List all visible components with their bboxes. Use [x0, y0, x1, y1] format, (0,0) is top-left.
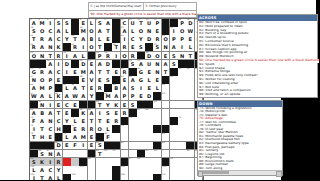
grid-cell[interactable]: I: [79, 142, 87, 150]
grid-cell[interactable]: 13U: [145, 19, 153, 27]
grid-cell[interactable]: N: [46, 43, 54, 51]
grid-cell[interactable]: M: [79, 133, 87, 141]
grid-cell[interactable]: O: [88, 27, 96, 35]
grid-cell[interactable]: R: [55, 158, 63, 166]
grid-cell[interactable]: E: [104, 35, 112, 43]
grid-cell[interactable]: E: [104, 117, 112, 125]
grid-cell[interactable]: [137, 142, 145, 150]
grid-cell[interactable]: 67: [137, 109, 145, 117]
grid-cell[interactable]: 88T: [96, 150, 104, 158]
grid-cell[interactable]: I: [96, 109, 104, 117]
grid-cell[interactable]: [178, 150, 186, 158]
grid-cell[interactable]: [145, 158, 153, 166]
grid-cell[interactable]: N: [38, 52, 46, 60]
grid-cell[interactable]: 78T: [30, 133, 38, 141]
grid-cell[interactable]: 14P: [153, 19, 161, 27]
grid-cell[interactable]: [170, 166, 178, 174]
grid-cell[interactable]: N: [178, 52, 186, 60]
grid-cell[interactable]: [186, 158, 194, 166]
grid-cell[interactable]: C: [129, 35, 137, 43]
grid-cell[interactable]: P: [178, 35, 186, 43]
grid-cell[interactable]: [137, 125, 145, 133]
grid-cell[interactable]: 2M: [38, 19, 46, 27]
grid-cell[interactable]: A: [162, 60, 170, 68]
grid-cell[interactable]: O: [96, 125, 104, 133]
grid-cell[interactable]: T: [162, 68, 170, 76]
grid-cell[interactable]: U: [145, 60, 153, 68]
grid-cell[interactable]: [162, 150, 170, 158]
grid-cell[interactable]: 76: [121, 125, 129, 133]
grid-cell[interactable]: R: [121, 109, 129, 117]
grid-cell[interactable]: [178, 84, 186, 92]
grid-cell[interactable]: E: [71, 101, 79, 109]
grid-cell[interactable]: [63, 166, 71, 174]
grid-cell[interactable]: A: [38, 117, 46, 125]
grid-cell[interactable]: T: [96, 68, 104, 76]
grid-cell[interactable]: I: [63, 68, 71, 76]
grid-cell[interactable]: 48E: [79, 76, 87, 84]
grid-cell[interactable]: [153, 166, 161, 174]
grid-cell[interactable]: 89: [104, 150, 112, 158]
grid-cell[interactable]: [170, 142, 178, 150]
grid-cell[interactable]: 50A: [129, 76, 137, 84]
grid-cell[interactable]: R: [55, 52, 63, 60]
grid-cell[interactable]: A: [46, 35, 54, 43]
grid-cell[interactable]: [186, 117, 194, 125]
grid-cell[interactable]: C: [55, 35, 63, 43]
grid-cell[interactable]: 19M: [79, 27, 87, 35]
grid-cell[interactable]: 29S: [153, 43, 161, 51]
grid-cell[interactable]: 41R: [38, 68, 46, 76]
grid-cell[interactable]: F: [71, 142, 79, 150]
grid-cell[interactable]: 32P: [96, 52, 104, 60]
grid-cell[interactable]: L: [186, 43, 194, 51]
grid-cell[interactable]: G: [137, 76, 145, 84]
clue-item-selected[interactable]: 76: Advantage: [198, 117, 223, 121]
grid-cell[interactable]: 51: [170, 76, 178, 84]
grid-cell[interactable]: [145, 166, 153, 174]
grid-cell[interactable]: 80F: [104, 133, 112, 141]
grid-cell[interactable]: [153, 109, 161, 117]
grid-cell[interactable]: A: [55, 150, 63, 158]
grid-cell[interactable]: R: [88, 125, 96, 133]
grid-cell[interactable]: A: [88, 68, 96, 76]
grid-cell[interactable]: 53L: [63, 84, 71, 92]
grid-cell[interactable]: C: [55, 68, 63, 76]
grid-cell[interactable]: E: [79, 117, 87, 125]
grid-cell[interactable]: L: [129, 27, 137, 35]
grid-cell[interactable]: Y: [137, 35, 145, 43]
grid-cell[interactable]: S: [104, 76, 112, 84]
grid-cell[interactable]: E: [55, 101, 63, 109]
grid-cell[interactable]: 34D: [145, 52, 153, 60]
grid-cell[interactable]: 107: [162, 174, 170, 180]
grid-cell[interactable]: T: [88, 117, 96, 125]
grid-cell[interactable]: [186, 174, 194, 180]
grid-cell[interactable]: P: [170, 35, 178, 43]
grid-cell[interactable]: 104I: [30, 174, 38, 180]
grid-cell[interactable]: C: [46, 125, 54, 133]
grid-cell[interactable]: 60: [162, 92, 170, 100]
grid-cell[interactable]: [178, 92, 186, 100]
grid-cell[interactable]: [170, 84, 178, 92]
grid-cell[interactable]: O: [38, 27, 46, 35]
grid-cell[interactable]: 28T: [112, 43, 120, 51]
grid-cell[interactable]: [186, 84, 194, 92]
grid-cell[interactable]: E: [55, 76, 63, 84]
grid-cell[interactable]: I: [112, 52, 120, 60]
grid-cell[interactable]: [129, 133, 137, 141]
crossword-grid[interactable]: 1A2M3I4S5S6E7L8S9A10C11U12T13U14P15P16D1…: [29, 18, 204, 181]
grid-cell[interactable]: 49E: [121, 76, 129, 84]
grid-cell[interactable]: C: [55, 117, 63, 125]
grid-cell[interactable]: T: [96, 117, 104, 125]
grid-cell[interactable]: [145, 125, 153, 133]
grid-cell[interactable]: E: [137, 92, 145, 100]
grid-cell[interactable]: B: [88, 35, 96, 43]
grid-cell[interactable]: [112, 133, 120, 141]
grid-cell[interactable]: R: [96, 84, 104, 92]
grid-cell[interactable]: [170, 174, 178, 180]
grid-cell[interactable]: Y: [63, 35, 71, 43]
grid-cell[interactable]: D: [145, 92, 153, 100]
grid-cell[interactable]: 90: [112, 150, 120, 158]
grid-cell[interactable]: [88, 166, 96, 174]
grid-cell[interactable]: 97: [129, 158, 137, 166]
grid-cell[interactable]: 77: [170, 125, 178, 133]
grid-cell[interactable]: [104, 166, 112, 174]
grid-cell[interactable]: A: [79, 92, 87, 100]
grid-cell[interactable]: 11U: [129, 19, 137, 27]
grid-cell[interactable]: A: [121, 84, 129, 92]
grid-cell[interactable]: O: [121, 52, 129, 60]
grid-cell[interactable]: L: [96, 35, 104, 43]
grid-cell[interactable]: [186, 92, 194, 100]
grid-cell[interactable]: 106: [121, 174, 129, 180]
grid-cell[interactable]: [145, 117, 153, 125]
down-clue-list[interactable]: 73: Words following a digression74: Moto…: [198, 107, 282, 171]
grid-cell[interactable]: N: [153, 60, 161, 68]
grid-cell[interactable]: [96, 166, 104, 174]
grid-cell[interactable]: [178, 174, 186, 180]
grid-cell[interactable]: N: [162, 43, 170, 51]
grid-cell[interactable]: [79, 174, 87, 180]
grid-cell[interactable]: [121, 150, 129, 158]
grid-cell[interactable]: 86S: [38, 150, 46, 158]
grid-cell[interactable]: 3I: [46, 19, 54, 27]
grid-cell[interactable]: [104, 174, 112, 180]
grid-cell[interactable]: E: [145, 68, 153, 76]
grid-cell[interactable]: E: [153, 76, 161, 84]
grid-cell[interactable]: 35A: [46, 60, 54, 68]
down-panel-scrollbar[interactable]: [198, 170, 282, 175]
grid-cell[interactable]: A: [112, 92, 120, 100]
grid-cell[interactable]: 45: [186, 68, 194, 76]
scroll-right-button[interactable]: [276, 171, 282, 177]
grid-cell[interactable]: 93: [186, 150, 194, 158]
grid-cell[interactable]: 72: [129, 117, 137, 125]
grid-cell[interactable]: [153, 133, 161, 141]
grid-cell[interactable]: L: [63, 27, 71, 35]
grid-cell[interactable]: E: [112, 109, 120, 117]
grid-cell[interactable]: Y: [88, 92, 96, 100]
grid-cell[interactable]: I: [46, 158, 54, 166]
grid-cell[interactable]: 68: [145, 109, 153, 117]
grid-cell[interactable]: 56: [162, 84, 170, 92]
grid-cell[interactable]: 75E: [71, 125, 79, 133]
grid-cell[interactable]: 57W: [30, 92, 38, 100]
grid-cell[interactable]: [137, 166, 145, 174]
grid-cell[interactable]: N: [145, 27, 153, 35]
grid-cell[interactable]: 101: [79, 166, 87, 174]
grid-cell[interactable]: [153, 158, 161, 166]
grid-cell[interactable]: [137, 133, 145, 141]
grid-cell[interactable]: 81: [162, 133, 170, 141]
grid-cell[interactable]: E: [112, 68, 120, 76]
grid-cell[interactable]: E: [186, 35, 194, 43]
grid-cell[interactable]: 96: [88, 158, 96, 166]
grid-cell[interactable]: [63, 158, 71, 166]
grid-cell[interactable]: 31I: [63, 52, 71, 60]
grid-cell[interactable]: O: [88, 43, 96, 51]
grid-cell[interactable]: [145, 133, 153, 141]
grid-cell[interactable]: 27R: [71, 43, 79, 51]
grid-cell[interactable]: A: [79, 35, 87, 43]
grid-cell[interactable]: V: [88, 76, 96, 84]
grid-cell[interactable]: R: [121, 43, 129, 51]
grid-cell[interactable]: 38S: [129, 60, 137, 68]
grid-cell[interactable]: [178, 133, 186, 141]
grid-cell[interactable]: [186, 125, 194, 133]
grid-cell[interactable]: E: [46, 133, 54, 141]
grid-cell[interactable]: I: [46, 101, 54, 109]
grid-cell[interactable]: S: [104, 109, 112, 117]
grid-cell[interactable]: A: [170, 43, 178, 51]
grid-cell[interactable]: L: [46, 92, 54, 100]
grid-cell[interactable]: [88, 174, 96, 180]
grid-cell[interactable]: 98: [137, 158, 145, 166]
grid-cell[interactable]: T: [104, 27, 112, 35]
grid-cell[interactable]: [96, 158, 104, 166]
grid-cell[interactable]: H: [55, 125, 63, 133]
grid-cell[interactable]: Y: [55, 166, 63, 174]
grid-cell[interactable]: 105: [71, 174, 79, 180]
grid-cell[interactable]: 92: [153, 150, 161, 158]
grid-cell[interactable]: 24I: [121, 35, 129, 43]
grid-cell[interactable]: [186, 166, 194, 174]
grid-cell[interactable]: [96, 174, 104, 180]
grid-cell[interactable]: T: [104, 68, 112, 76]
grid-cell[interactable]: [162, 109, 170, 117]
clue-item[interactable]: 99: Nothing, or an upside: [198, 93, 317, 97]
grid-cell[interactable]: C: [63, 101, 71, 109]
grid-cell[interactable]: A: [55, 27, 63, 35]
grid-cell[interactable]: [186, 133, 194, 141]
grid-cell[interactable]: T: [38, 125, 46, 133]
grid-cell[interactable]: 54A: [71, 84, 79, 92]
grid-cell[interactable]: 43G: [137, 68, 145, 76]
grid-cell[interactable]: I: [178, 43, 186, 51]
grid-cell[interactable]: [71, 158, 79, 166]
grid-cell[interactable]: 52A: [30, 84, 38, 92]
grid-cell[interactable]: E: [162, 52, 170, 60]
grid-cell[interactable]: [104, 158, 112, 166]
grid-cell[interactable]: A: [38, 43, 46, 51]
grid-cell[interactable]: [178, 76, 186, 84]
grid-cell[interactable]: 12T: [137, 19, 145, 27]
grid-cell[interactable]: O: [38, 76, 46, 84]
grid-cell[interactable]: 4S: [55, 19, 63, 27]
grid-cell[interactable]: 65K: [79, 109, 87, 117]
grid-cell[interactable]: [145, 174, 153, 180]
grid-cell[interactable]: T: [79, 84, 87, 92]
grid-cell[interactable]: [71, 150, 79, 158]
grid-cell[interactable]: S: [129, 84, 137, 92]
grid-cell[interactable]: 23T: [71, 35, 79, 43]
grid-cell[interactable]: 36D: [79, 60, 87, 68]
grid-cell[interactable]: 37E: [88, 60, 96, 68]
grid-cell[interactable]: [129, 142, 137, 150]
grid-cell[interactable]: 91: [145, 150, 153, 158]
grid-cell[interactable]: Y: [104, 101, 112, 109]
grid-cell[interactable]: S: [137, 43, 145, 51]
grid-cell[interactable]: [129, 166, 137, 174]
grid-cell[interactable]: A: [96, 60, 104, 68]
grid-cell[interactable]: S: [170, 60, 178, 68]
grid-cell[interactable]: [186, 76, 194, 84]
grid-cell[interactable]: Y: [63, 117, 71, 125]
grid-cell[interactable]: O: [137, 27, 145, 35]
grid-cell[interactable]: C: [46, 166, 54, 174]
grid-cell[interactable]: R: [153, 35, 161, 43]
grid-cell[interactable]: 73: [178, 117, 186, 125]
grid-cell[interactable]: 9A: [104, 19, 112, 27]
grid-cell[interactable]: 33R: [104, 52, 112, 60]
grid-cell[interactable]: T: [55, 109, 63, 117]
grid-cell[interactable]: [178, 166, 186, 174]
grid-cell[interactable]: [170, 92, 178, 100]
grid-cell[interactable]: [178, 125, 186, 133]
grid-cell[interactable]: A: [63, 92, 71, 100]
across-clue-list[interactable]: 80: Won't be combed or spun81: Most prep…: [198, 21, 317, 97]
grid-cell[interactable]: [63, 150, 71, 158]
grid-cell[interactable]: [170, 133, 178, 141]
grid-cell[interactable]: 61N: [38, 101, 46, 109]
grid-cell[interactable]: 99: [170, 158, 178, 166]
grid-cell[interactable]: N: [46, 117, 54, 125]
clue-item-selected[interactable]: 90: One marked by a green circle is easi…: [198, 59, 320, 63]
grid-cell[interactable]: 62T: [96, 101, 104, 109]
grid-cell[interactable]: L: [145, 76, 153, 84]
grid-cell[interactable]: 87N: [46, 150, 54, 158]
scrollbar-thumb[interactable]: [203, 171, 229, 174]
grid-cell[interactable]: A: [46, 109, 54, 117]
grid-cell[interactable]: [170, 109, 178, 117]
grid-cell[interactable]: P: [121, 92, 129, 100]
grid-cell[interactable]: T: [38, 174, 46, 180]
grid-cell[interactable]: P: [129, 92, 137, 100]
grid-cell[interactable]: A: [38, 166, 46, 174]
grid-cell[interactable]: [121, 133, 129, 141]
grid-cell[interactable]: R: [79, 125, 87, 133]
grid-cell[interactable]: K: [112, 101, 120, 109]
grid-cell[interactable]: E: [121, 101, 129, 109]
grid-cell[interactable]: [129, 174, 137, 180]
grid-cell[interactable]: [162, 117, 170, 125]
grid-cell[interactable]: O: [153, 52, 161, 60]
grid-cell[interactable]: 55B: [112, 84, 120, 92]
grid-cell[interactable]: I: [79, 43, 87, 51]
grid-cell[interactable]: 7L: [88, 19, 96, 27]
grid-cell[interactable]: [162, 101, 170, 109]
grid-cell[interactable]: 85: [162, 142, 170, 150]
grid-cell[interactable]: [170, 101, 178, 109]
grid-cell[interactable]: S: [170, 52, 178, 60]
grid-cell[interactable]: R: [38, 35, 46, 43]
grid-cell[interactable]: 84: [121, 142, 129, 150]
grid-cell[interactable]: E: [153, 27, 161, 35]
grid-cell[interactable]: W: [71, 92, 79, 100]
grid-cell[interactable]: K: [38, 158, 46, 166]
grid-cell[interactable]: C: [46, 27, 54, 35]
grid-cell[interactable]: [129, 125, 137, 133]
grid-cell[interactable]: [137, 117, 145, 125]
grid-cell[interactable]: E: [129, 43, 137, 51]
grid-cell[interactable]: [178, 142, 186, 150]
grid-cell[interactable]: L: [55, 174, 63, 180]
grid-cell[interactable]: E: [145, 84, 153, 92]
grid-cell[interactable]: E: [88, 84, 96, 92]
grid-cell[interactable]: D: [104, 60, 112, 68]
grid-cell[interactable]: M: [38, 84, 46, 92]
grid-cell[interactable]: 58K: [55, 92, 63, 100]
grid-cell[interactable]: I: [55, 60, 63, 68]
grid-cell[interactable]: N: [153, 68, 161, 76]
grid-cell[interactable]: 25O: [162, 35, 170, 43]
grid-cell[interactable]: D: [63, 60, 71, 68]
grid-cell[interactable]: [137, 174, 145, 180]
grid-cell[interactable]: A: [46, 174, 54, 180]
grid-cell[interactable]: R: [112, 117, 120, 125]
grid-cell[interactable]: 44: [178, 68, 186, 76]
grid-cell[interactable]: 30O: [30, 52, 38, 60]
grid-cell[interactable]: [112, 158, 120, 166]
grid-cell[interactable]: E: [88, 133, 96, 141]
grid-cell[interactable]: O: [178, 27, 186, 35]
grid-cell[interactable]: P: [46, 76, 54, 84]
grid-cell[interactable]: 5S: [63, 19, 71, 27]
grid-cell[interactable]: 16D: [186, 19, 194, 27]
grid-cell[interactable]: [79, 150, 87, 158]
grid-cell[interactable]: A: [71, 52, 79, 60]
grid-cell[interactable]: [178, 101, 186, 109]
grid-cell[interactable]: E: [63, 142, 71, 150]
grid-cell[interactable]: S: [129, 101, 137, 109]
grid-cell[interactable]: 82D: [55, 142, 63, 150]
grid-cell[interactable]: 66A: [88, 109, 96, 117]
grid-cell[interactable]: [178, 158, 186, 166]
grid-cell[interactable]: A: [96, 27, 104, 35]
grid-cell[interactable]: K: [55, 43, 63, 51]
grid-cell[interactable]: [186, 109, 194, 117]
grid-cell[interactable]: [153, 117, 161, 125]
grid-cell[interactable]: 63: [153, 101, 161, 109]
grid-cell[interactable]: E: [96, 76, 104, 84]
grid-cell[interactable]: W: [186, 27, 194, 35]
grid-cell[interactable]: H: [38, 133, 46, 141]
grid-cell[interactable]: E: [71, 68, 79, 76]
grid-cell[interactable]: D: [145, 35, 153, 43]
